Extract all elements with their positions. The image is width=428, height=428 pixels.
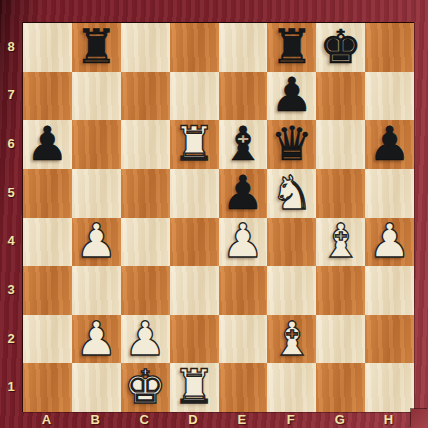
square-a3[interactable] [23, 266, 72, 315]
square-c7[interactable] [121, 72, 170, 121]
piece-white-rook: ♜ [173, 363, 215, 410]
rank-labels: 87654321 [0, 22, 22, 411]
file-label-h: H [364, 411, 413, 428]
square-d5[interactable] [170, 169, 219, 218]
piece-white-knight: ♞ [271, 169, 313, 216]
rank-label-6: 6 [0, 119, 22, 168]
rank-label-8: 8 [0, 22, 22, 71]
square-d8[interactable] [170, 23, 219, 72]
square-f6[interactable]: ♛ [267, 120, 316, 169]
rank-label-7: 7 [0, 71, 22, 120]
frame-corner [411, 409, 428, 428]
square-h1[interactable] [365, 363, 414, 412]
square-h6[interactable]: ♟ [365, 120, 414, 169]
square-g2[interactable] [316, 315, 365, 364]
square-b7[interactable] [72, 72, 121, 121]
square-g7[interactable] [316, 72, 365, 121]
square-g3[interactable] [316, 266, 365, 315]
square-e8[interactable] [219, 23, 268, 72]
rank-label-3: 3 [0, 265, 22, 314]
square-e4[interactable]: ♟ [219, 218, 268, 267]
piece-black-queen: ♛ [271, 120, 313, 167]
piece-white-bishop: ♝ [271, 315, 313, 362]
square-g4[interactable]: ♝ [316, 218, 365, 267]
square-f8[interactable]: ♜ [267, 23, 316, 72]
file-label-d: D [169, 411, 218, 428]
square-b2[interactable]: ♟ [72, 315, 121, 364]
square-b4[interactable]: ♟ [72, 218, 121, 267]
square-f2[interactable]: ♝ [267, 315, 316, 364]
rank-label-1: 1 [0, 362, 22, 411]
piece-black-rook: ♜ [271, 23, 313, 70]
file-label-c: C [120, 411, 169, 428]
piece-white-rook: ♜ [173, 120, 215, 167]
square-c3[interactable] [121, 266, 170, 315]
square-h3[interactable] [365, 266, 414, 315]
file-label-e: E [218, 411, 267, 428]
square-d7[interactable] [170, 72, 219, 121]
piece-white-pawn: ♟ [222, 217, 264, 264]
piece-black-bishop: ♝ [222, 120, 264, 167]
piece-black-pawn: ♟ [26, 120, 68, 167]
piece-white-pawn: ♟ [75, 315, 117, 362]
square-c2[interactable]: ♟ [121, 315, 170, 364]
square-h7[interactable] [365, 72, 414, 121]
piece-white-bishop: ♝ [320, 217, 362, 264]
piece-white-king: ♚ [124, 363, 166, 410]
square-f3[interactable] [267, 266, 316, 315]
square-a5[interactable] [23, 169, 72, 218]
square-c8[interactable] [121, 23, 170, 72]
file-label-a: A [22, 411, 71, 428]
file-label-f: F [266, 411, 315, 428]
file-label-b: B [71, 411, 120, 428]
file-labels: ABCDEFGH [22, 411, 413, 428]
square-d4[interactable] [170, 218, 219, 267]
square-h2[interactable] [365, 315, 414, 364]
piece-black-king: ♚ [320, 23, 362, 70]
piece-white-pawn: ♟ [75, 217, 117, 264]
square-e3[interactable] [219, 266, 268, 315]
square-b1[interactable] [72, 363, 121, 412]
square-b8[interactable]: ♜ [72, 23, 121, 72]
piece-white-pawn: ♟ [368, 217, 410, 264]
square-d1[interactable]: ♜ [170, 363, 219, 412]
piece-black-pawn: ♟ [222, 169, 264, 216]
piece-black-pawn: ♟ [271, 71, 313, 118]
square-f4[interactable] [267, 218, 316, 267]
square-a1[interactable] [23, 363, 72, 412]
square-g6[interactable] [316, 120, 365, 169]
square-a2[interactable] [23, 315, 72, 364]
square-e7[interactable] [219, 72, 268, 121]
square-b6[interactable] [72, 120, 121, 169]
rank-label-2: 2 [0, 314, 22, 363]
square-b5[interactable] [72, 169, 121, 218]
square-b3[interactable] [72, 266, 121, 315]
square-e5[interactable]: ♟ [219, 169, 268, 218]
piece-white-pawn: ♟ [124, 315, 166, 362]
square-h8[interactable] [365, 23, 414, 72]
square-a6[interactable]: ♟ [23, 120, 72, 169]
board: ♜♜♚♟♟♜♝♛♟♟♞♟♟♝♟♟♟♝♚♜ [22, 22, 414, 412]
square-e1[interactable] [219, 363, 268, 412]
square-f7[interactable]: ♟ [267, 72, 316, 121]
piece-black-pawn: ♟ [368, 120, 410, 167]
square-d3[interactable] [170, 266, 219, 315]
chessboard-frame: ♜♜♚♟♟♜♝♛♟♟♞♟♟♝♟♟♟♝♚♜ 87654321 ABCDEFGH [0, 0, 428, 428]
square-f1[interactable] [267, 363, 316, 412]
square-h5[interactable] [365, 169, 414, 218]
square-c6[interactable] [121, 120, 170, 169]
piece-black-rook: ♜ [75, 23, 117, 70]
square-a4[interactable] [23, 218, 72, 267]
square-c4[interactable] [121, 218, 170, 267]
square-a7[interactable] [23, 72, 72, 121]
square-e6[interactable]: ♝ [219, 120, 268, 169]
square-h4[interactable]: ♟ [365, 218, 414, 267]
rank-label-4: 4 [0, 217, 22, 266]
square-g8[interactable]: ♚ [316, 23, 365, 72]
square-d2[interactable] [170, 315, 219, 364]
square-e2[interactable] [219, 315, 268, 364]
square-d6[interactable]: ♜ [170, 120, 219, 169]
square-f5[interactable]: ♞ [267, 169, 316, 218]
file-label-g: G [315, 411, 364, 428]
square-c5[interactable] [121, 169, 170, 218]
square-c1[interactable]: ♚ [121, 363, 170, 412]
rank-label-5: 5 [0, 168, 22, 217]
square-g5[interactable] [316, 169, 365, 218]
square-a8[interactable] [23, 23, 72, 72]
square-g1[interactable] [316, 363, 365, 412]
